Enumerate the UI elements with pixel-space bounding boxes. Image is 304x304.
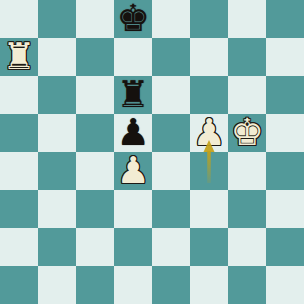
chess-board: ♚♜♜♟♟♚♟ — [0, 0, 304, 304]
square-h3[interactable] — [266, 190, 304, 228]
square-f7[interactable] — [190, 38, 228, 76]
square-a5[interactable] — [0, 114, 38, 152]
piece-white-king-g5[interactable]: ♚ — [228, 114, 266, 152]
square-b5[interactable] — [38, 114, 76, 152]
piece-black-rook-d6[interactable]: ♜ — [114, 76, 152, 114]
square-e4[interactable] — [152, 152, 190, 190]
square-b4[interactable] — [38, 152, 76, 190]
piece-black-king-d8[interactable]: ♚ — [114, 0, 152, 38]
square-d7[interactable] — [114, 38, 152, 76]
piece-white-pawn-d4[interactable]: ♟ — [114, 152, 152, 190]
square-c7[interactable] — [76, 38, 114, 76]
square-h5[interactable] — [266, 114, 304, 152]
square-c1[interactable] — [76, 266, 114, 304]
square-d6[interactable]: ♜ — [114, 76, 152, 114]
square-a4[interactable] — [0, 152, 38, 190]
square-e8[interactable] — [152, 0, 190, 38]
square-e3[interactable] — [152, 190, 190, 228]
square-a6[interactable] — [0, 76, 38, 114]
square-c2[interactable] — [76, 228, 114, 266]
square-g8[interactable] — [228, 0, 266, 38]
square-d2[interactable] — [114, 228, 152, 266]
square-b7[interactable] — [38, 38, 76, 76]
square-e5[interactable] — [152, 114, 190, 152]
square-g4[interactable] — [228, 152, 266, 190]
square-b6[interactable] — [38, 76, 76, 114]
piece-black-pawn-d5[interactable]: ♟ — [114, 114, 152, 152]
square-f1[interactable] — [190, 266, 228, 304]
square-c3[interactable] — [76, 190, 114, 228]
piece-white-pawn-f5[interactable]: ♟ — [190, 114, 228, 152]
square-h4[interactable] — [266, 152, 304, 190]
square-a2[interactable] — [0, 228, 38, 266]
square-f2[interactable] — [190, 228, 228, 266]
square-h6[interactable] — [266, 76, 304, 114]
square-h2[interactable] — [266, 228, 304, 266]
square-d5[interactable]: ♟ — [114, 114, 152, 152]
square-a8[interactable] — [0, 0, 38, 38]
square-f8[interactable] — [190, 0, 228, 38]
square-d3[interactable] — [114, 190, 152, 228]
piece-white-rook-a7[interactable]: ♜ — [0, 38, 38, 76]
square-e2[interactable] — [152, 228, 190, 266]
square-d4[interactable]: ♟ — [114, 152, 152, 190]
square-b2[interactable] — [38, 228, 76, 266]
square-g1[interactable] — [228, 266, 266, 304]
square-b8[interactable] — [38, 0, 76, 38]
square-g5[interactable]: ♚ — [228, 114, 266, 152]
square-f4[interactable] — [190, 152, 228, 190]
square-f6[interactable] — [190, 76, 228, 114]
square-b1[interactable] — [38, 266, 76, 304]
square-e1[interactable] — [152, 266, 190, 304]
square-g7[interactable] — [228, 38, 266, 76]
square-e7[interactable] — [152, 38, 190, 76]
square-e6[interactable] — [152, 76, 190, 114]
square-g2[interactable] — [228, 228, 266, 266]
square-c8[interactable] — [76, 0, 114, 38]
square-a7[interactable]: ♜ — [0, 38, 38, 76]
square-c6[interactable] — [76, 76, 114, 114]
square-d8[interactable]: ♚ — [114, 0, 152, 38]
board-grid: ♚♜♜♟♟♚♟ — [0, 0, 304, 304]
square-g6[interactable] — [228, 76, 266, 114]
square-g3[interactable] — [228, 190, 266, 228]
square-h1[interactable] — [266, 266, 304, 304]
square-f3[interactable] — [190, 190, 228, 228]
square-a1[interactable] — [0, 266, 38, 304]
square-h8[interactable] — [266, 0, 304, 38]
square-f5[interactable]: ♟ — [190, 114, 228, 152]
square-d1[interactable] — [114, 266, 152, 304]
square-h7[interactable] — [266, 38, 304, 76]
square-b3[interactable] — [38, 190, 76, 228]
square-c4[interactable] — [76, 152, 114, 190]
square-a3[interactable] — [0, 190, 38, 228]
square-c5[interactable] — [76, 114, 114, 152]
